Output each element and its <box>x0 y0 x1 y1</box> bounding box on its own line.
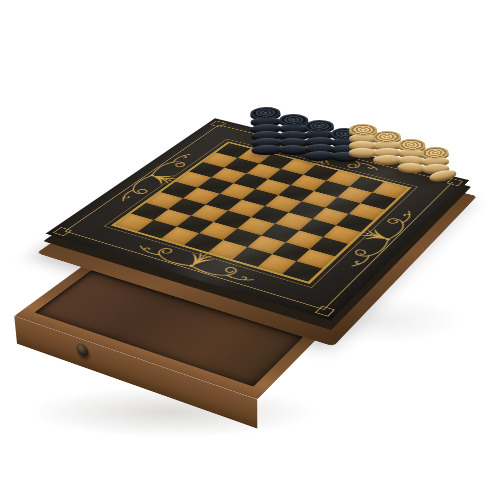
scene <box>0 0 500 500</box>
board-3d <box>45 118 469 321</box>
drawer-knob <box>76 342 89 358</box>
photo-stage <box>0 0 500 500</box>
